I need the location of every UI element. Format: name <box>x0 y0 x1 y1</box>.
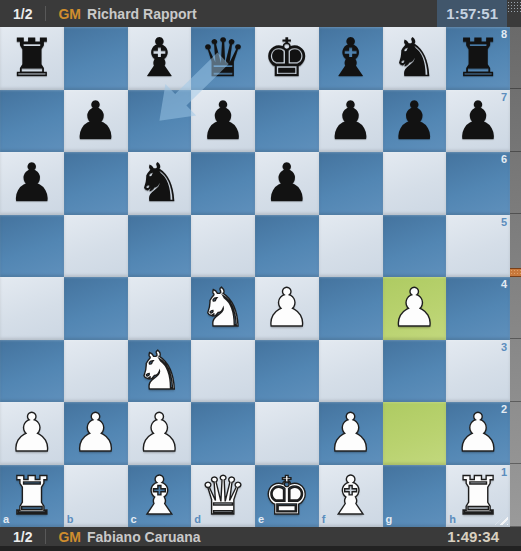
square-f4[interactable] <box>319 277 383 340</box>
rank-label-7: 7 <box>501 92 507 103</box>
file-label-b: b <box>67 514 74 525</box>
bottom-edge-strip <box>0 546 521 551</box>
square-b6[interactable] <box>64 152 128 215</box>
black-bishop-c8: ♝ <box>136 27 184 89</box>
square-b4[interactable] <box>64 277 128 340</box>
square-d6[interactable] <box>191 152 255 215</box>
square-c2[interactable]: ♟ <box>128 402 192 465</box>
player-name-top: Richard Rapport <box>87 6 437 22</box>
square-h2[interactable]: ♟2 <box>446 402 510 465</box>
white-pawn-b2: ♟ <box>72 402 120 464</box>
square-d5[interactable] <box>191 215 255 278</box>
square-g6[interactable] <box>383 152 447 215</box>
player-name-bottom: Fabiano Caruana <box>87 529 438 545</box>
square-a2[interactable]: ♟ <box>0 402 64 465</box>
file-label-d: d <box>194 514 201 525</box>
square-a4[interactable] <box>0 277 64 340</box>
square-d4[interactable]: ♞ <box>191 277 255 340</box>
square-c4[interactable] <box>128 277 192 340</box>
black-bishop-f8: ♝ <box>327 27 375 89</box>
black-knight-g8: ♞ <box>391 27 439 89</box>
square-h3[interactable]: 3 <box>446 340 510 403</box>
square-d1[interactable]: ♛d <box>191 465 255 528</box>
square-f6[interactable] <box>319 152 383 215</box>
square-g1[interactable]: g <box>383 465 447 528</box>
scrollbar-thumb[interactable] <box>510 268 521 277</box>
square-e5[interactable] <box>255 215 319 278</box>
square-f3[interactable] <box>319 340 383 403</box>
rank-label-4: 4 <box>501 279 507 290</box>
white-rook-h1: ♜ <box>454 465 502 527</box>
square-a5[interactable] <box>0 215 64 278</box>
white-bishop-c1: ♝ <box>136 465 184 527</box>
white-pawn-h2: ♟ <box>454 402 502 464</box>
square-e6[interactable]: ♟ <box>255 152 319 215</box>
black-pawn-h7: ♟ <box>454 90 502 152</box>
white-knight-c3: ♞ <box>136 340 184 402</box>
square-e2[interactable] <box>255 402 319 465</box>
black-rook-a8: ♜ <box>8 27 56 89</box>
white-pawn-f2: ♟ <box>327 402 375 464</box>
file-label-f: f <box>322 514 326 525</box>
square-a7[interactable] <box>0 90 64 153</box>
square-h6[interactable]: 6 <box>446 152 510 215</box>
player-title-top: GM <box>58 6 81 22</box>
square-g8[interactable]: ♞ <box>383 27 447 90</box>
file-label-c: c <box>131 514 137 525</box>
white-queen-d1: ♛ <box>199 465 247 527</box>
square-f7[interactable]: ♟ <box>319 90 383 153</box>
square-b7[interactable]: ♟ <box>64 90 128 153</box>
file-label-a: a <box>3 514 9 525</box>
black-queen-d8: ♛ <box>199 27 247 89</box>
square-e3[interactable] <box>255 340 319 403</box>
clock-bottom: 1:49:34 <box>438 527 508 546</box>
square-f8[interactable]: ♝ <box>319 27 383 90</box>
square-g3[interactable] <box>383 340 447 403</box>
match-score-bottom: 1/2 <box>13 529 32 545</box>
square-e8[interactable]: ♚ <box>255 27 319 90</box>
white-rook-a1: ♜ <box>8 465 56 527</box>
square-a3[interactable] <box>0 340 64 403</box>
separator-line <box>45 529 46 544</box>
square-b8[interactable] <box>64 27 128 90</box>
square-a8[interactable]: ♜ <box>0 27 64 90</box>
square-h8[interactable]: ♜8 <box>446 27 510 90</box>
player-title-bottom: GM <box>58 529 81 545</box>
square-f2[interactable]: ♟ <box>319 402 383 465</box>
file-label-e: e <box>258 514 264 525</box>
white-pawn-e4: ♟ <box>263 277 311 339</box>
white-pawn-c2: ♟ <box>136 402 184 464</box>
square-b1[interactable]: b <box>64 465 128 528</box>
chess-broadcast-window: 1/2 GM Richard Rapport 1:57:51 ♜♝♛♚♝♞♜8♟… <box>0 0 521 551</box>
square-e7[interactable] <box>255 90 319 153</box>
rank-label-5: 5 <box>501 217 507 228</box>
top-player-bar: 1/2 GM Richard Rapport 1:57:51 <box>0 0 521 27</box>
square-e1[interactable]: ♚e <box>255 465 319 528</box>
white-pawn-a2: ♟ <box>8 402 56 464</box>
square-g4[interactable]: ♟ <box>383 277 447 340</box>
square-f1[interactable]: ♝f <box>319 465 383 528</box>
black-pawn-g7: ♟ <box>391 90 439 152</box>
square-b5[interactable] <box>64 215 128 278</box>
black-knight-c6: ♞ <box>136 152 184 214</box>
square-c6[interactable]: ♞ <box>128 152 192 215</box>
square-e4[interactable]: ♟ <box>255 277 319 340</box>
rank-label-8: 8 <box>501 29 507 40</box>
white-knight-d4: ♞ <box>199 277 247 339</box>
black-pawn-f7: ♟ <box>327 90 375 152</box>
white-bishop-f1: ♝ <box>327 465 375 527</box>
square-h5[interactable]: 5 <box>446 215 510 278</box>
white-king-e1: ♚ <box>263 465 311 527</box>
square-g2[interactable] <box>383 402 447 465</box>
rank-label-6: 6 <box>501 154 507 165</box>
square-g5[interactable] <box>383 215 447 278</box>
square-d8[interactable]: ♛ <box>191 27 255 90</box>
side-scrollbar[interactable] <box>510 27 521 527</box>
bottom-player-bar: 1/2 GM Fabiano Caruana 1:49:34 <box>0 527 521 546</box>
clock-top: 1:57:51 <box>437 0 507 27</box>
black-king-e8: ♚ <box>263 27 311 89</box>
square-b2[interactable]: ♟ <box>64 402 128 465</box>
square-a1[interactable]: ♜a <box>0 465 64 528</box>
square-g7[interactable]: ♟ <box>383 90 447 153</box>
square-d2[interactable] <box>191 402 255 465</box>
square-a6[interactable]: ♟ <box>0 152 64 215</box>
black-pawn-b7: ♟ <box>72 90 120 152</box>
black-pawn-a6: ♟ <box>8 152 56 214</box>
square-h1[interactable]: ♜1h <box>446 465 510 528</box>
chess-board: ♜♝♛♚♝♞♜8♟♟♟♟♟7♟♞♟65♞♟♟4♞3♟♟♟♟♟2♜ab♝c♛d♚e… <box>0 27 510 527</box>
drag-handle-icon[interactable] <box>507 1 521 14</box>
white-pawn-g4: ♟ <box>391 277 439 339</box>
square-c3[interactable]: ♞ <box>128 340 192 403</box>
black-rook-h8: ♜ <box>454 27 502 89</box>
square-d3[interactable] <box>191 340 255 403</box>
square-h7[interactable]: ♟7 <box>446 90 510 153</box>
black-pawn-e6: ♟ <box>263 152 311 214</box>
square-c7[interactable] <box>128 90 192 153</box>
file-label-h: h <box>449 514 456 525</box>
rank-label-1: 1 <box>501 467 507 478</box>
square-c8[interactable]: ♝ <box>128 27 192 90</box>
rank-label-2: 2 <box>501 404 507 415</box>
square-d7[interactable]: ♟ <box>191 90 255 153</box>
separator-line <box>45 6 46 21</box>
square-b3[interactable] <box>64 340 128 403</box>
square-h4[interactable]: 4 <box>446 277 510 340</box>
square-c1[interactable]: ♝c <box>128 465 192 528</box>
file-label-g: g <box>386 514 393 525</box>
square-c5[interactable] <box>128 215 192 278</box>
square-f5[interactable] <box>319 215 383 278</box>
match-score-top: 1/2 <box>13 6 32 22</box>
black-pawn-d7: ♟ <box>199 90 247 152</box>
rank-label-3: 3 <box>501 342 507 353</box>
